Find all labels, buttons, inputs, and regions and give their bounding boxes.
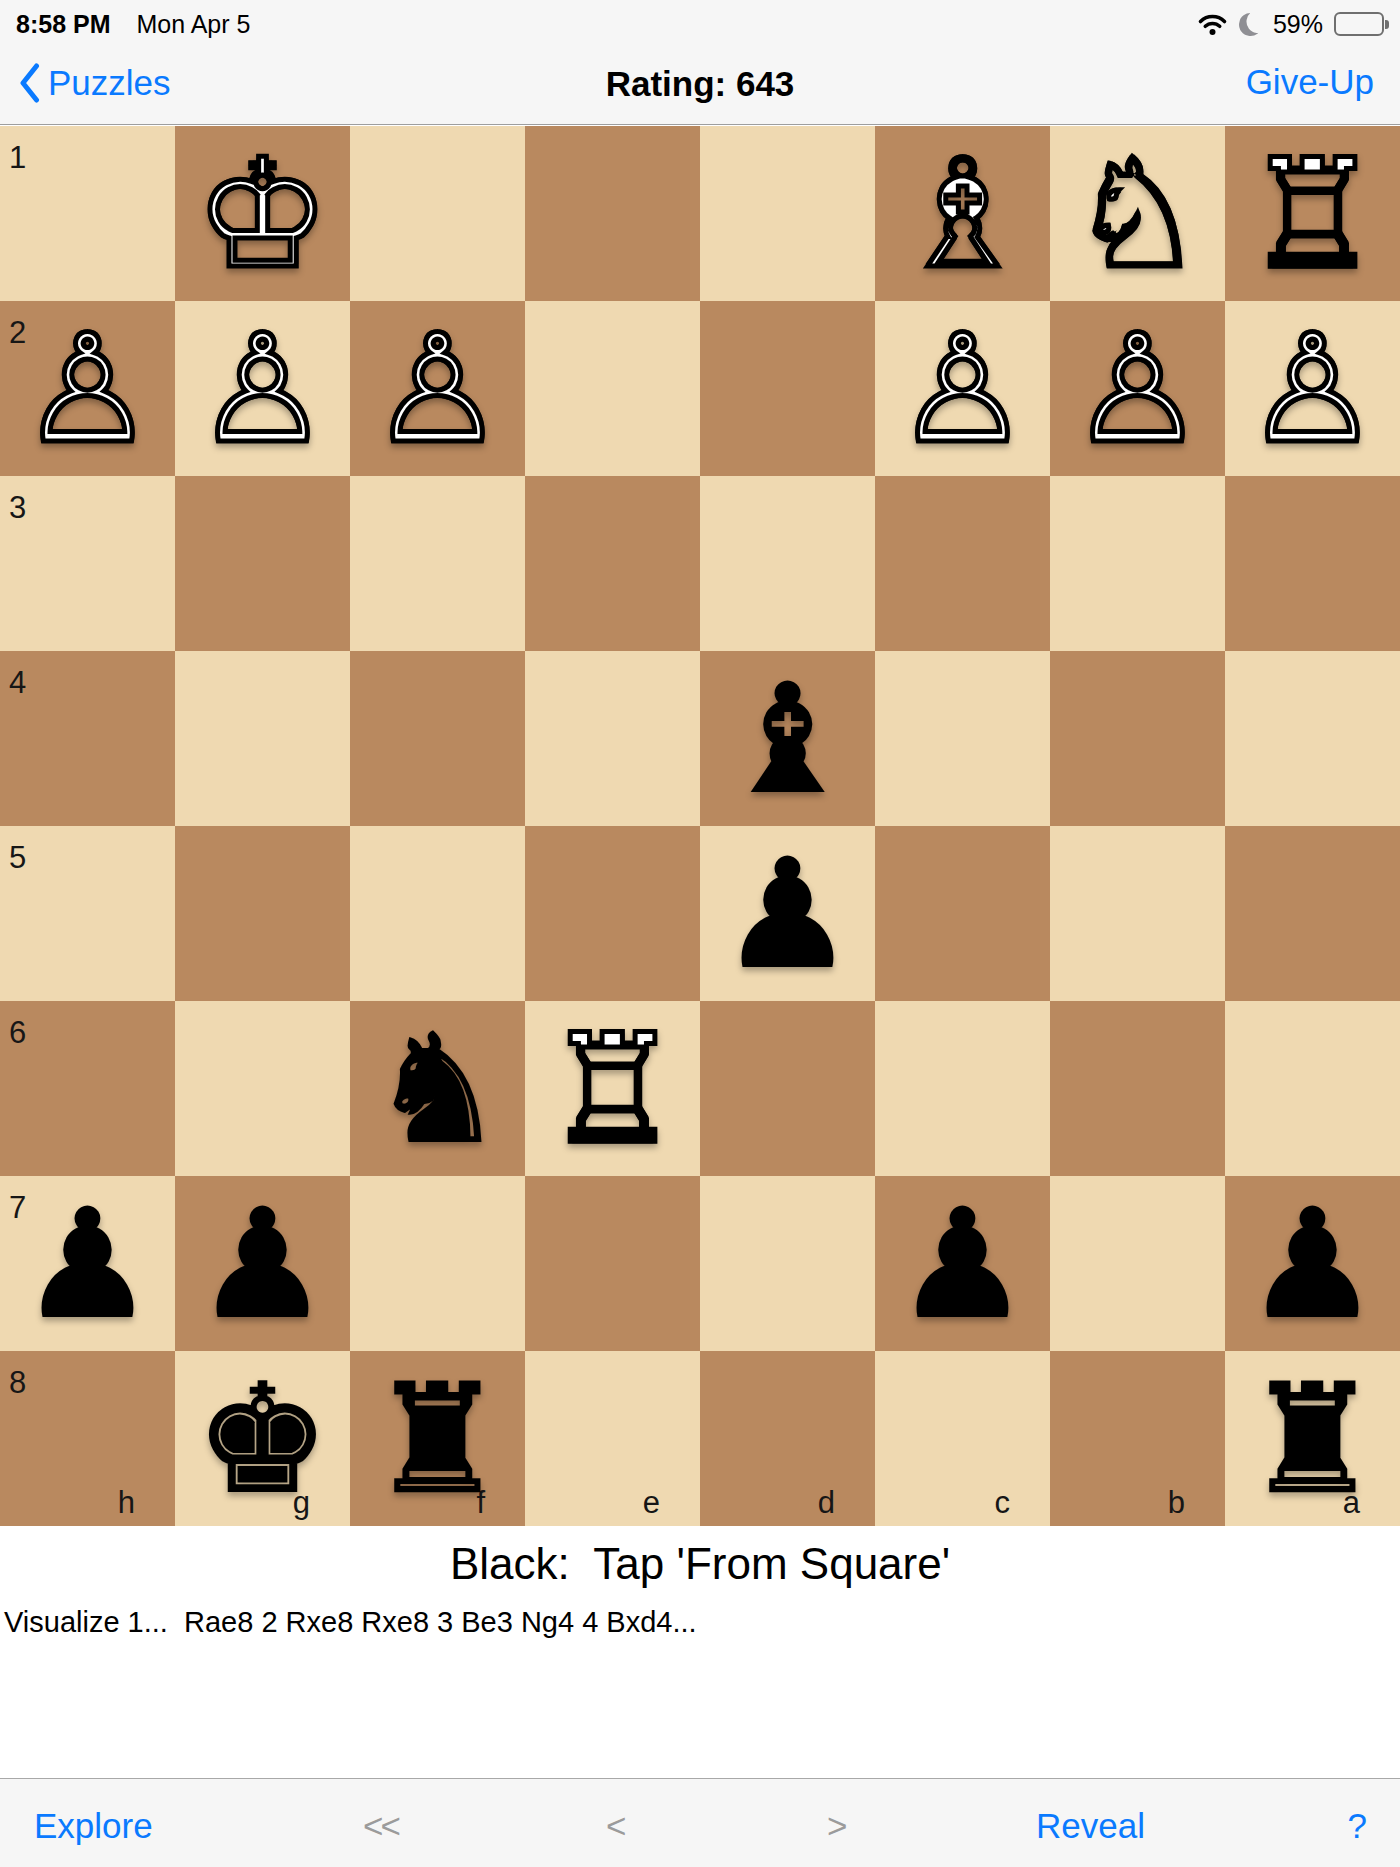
square-f8[interactable]: f♜	[350, 1351, 525, 1526]
square-h5[interactable]: 5	[0, 826, 175, 1001]
square-c5[interactable]	[875, 826, 1050, 1001]
header: 8:58 PM Mon Apr 5 59%	[0, 0, 1400, 125]
rank-label-6: 6	[9, 1017, 26, 1048]
square-a4[interactable]	[1225, 651, 1400, 826]
file-label-e: e	[643, 1487, 660, 1518]
info-area: Black: Tap 'From Square' Visualize 1... …	[0, 1526, 1400, 1778]
piece-wB: ♗	[895, 139, 1029, 289]
square-b7[interactable]	[1050, 1176, 1225, 1351]
square-c6[interactable]	[875, 1001, 1050, 1176]
piece-bP: ♟	[20, 1189, 154, 1339]
piece-wN: ♘	[1070, 139, 1204, 289]
square-d7[interactable]	[700, 1176, 875, 1351]
square-f1[interactable]	[350, 126, 525, 301]
piece-wP: ♙	[195, 314, 329, 464]
square-e2[interactable]	[525, 301, 700, 476]
square-c3[interactable]	[875, 476, 1050, 651]
square-g5[interactable]	[175, 826, 350, 1001]
rank-label-5: 5	[9, 842, 26, 873]
bottom-toolbar: Explore << < > Reveal ?	[0, 1778, 1400, 1867]
status-bar: 8:58 PM Mon Apr 5 59%	[0, 7, 1400, 41]
turn-prompt: Black: Tap 'From Square'	[0, 1539, 1400, 1589]
square-c1[interactable]: ♗	[875, 126, 1050, 301]
step-forward-button[interactable]: >	[827, 1808, 844, 1843]
square-b3[interactable]	[1050, 476, 1225, 651]
square-d6[interactable]	[700, 1001, 875, 1176]
square-e7[interactable]	[525, 1176, 700, 1351]
wifi-icon	[1197, 12, 1228, 36]
square-a7[interactable]: ♟	[1225, 1176, 1400, 1351]
file-label-h: h	[118, 1487, 135, 1518]
piece-bP: ♟	[195, 1189, 329, 1339]
square-b2[interactable]: ♙	[1050, 301, 1225, 476]
square-g7[interactable]: ♟	[175, 1176, 350, 1351]
piece-bP: ♟	[720, 839, 854, 989]
square-h4[interactable]: 4	[0, 651, 175, 826]
square-f2[interactable]: ♙	[350, 301, 525, 476]
nav-bar: Puzzles Rating: 643 Give-Up	[0, 62, 1400, 114]
piece-bR: ♜	[1245, 1364, 1379, 1514]
rank-label-8: 8	[9, 1367, 26, 1398]
square-e4[interactable]	[525, 651, 700, 826]
square-g2[interactable]: ♙	[175, 301, 350, 476]
square-a8[interactable]: a♜	[1225, 1351, 1400, 1526]
rank-label-4: 4	[9, 667, 26, 698]
status-time: 8:58 PM	[16, 10, 110, 39]
moon-icon	[1237, 11, 1263, 37]
square-a3[interactable]	[1225, 476, 1400, 651]
piece-wP: ♙	[1245, 314, 1379, 464]
square-b5[interactable]	[1050, 826, 1225, 1001]
square-a2[interactable]: ♙	[1225, 301, 1400, 476]
file-label-c: c	[995, 1487, 1011, 1518]
square-h3[interactable]: 3	[0, 476, 175, 651]
square-a5[interactable]	[1225, 826, 1400, 1001]
square-f3[interactable]	[350, 476, 525, 651]
square-h1[interactable]: 1	[0, 126, 175, 301]
piece-bB: ♝	[720, 664, 854, 814]
rank-label-1: 1	[9, 142, 26, 173]
explore-button[interactable]: Explore	[34, 1808, 153, 1843]
puzzle-screen: 8:58 PM Mon Apr 5 59%	[0, 0, 1400, 1867]
square-d8[interactable]: d	[700, 1351, 875, 1526]
square-h7[interactable]: 7♟	[0, 1176, 175, 1351]
chess-board: 1♔♗♘♖2♙♙♙♙♙♙34♝5♟6♞♖7♟♟♟♟8hg♚f♜edcba♜	[0, 126, 1400, 1526]
square-c8[interactable]: c	[875, 1351, 1050, 1526]
square-e5[interactable]	[525, 826, 700, 1001]
page-title: Rating: 643	[0, 64, 1400, 104]
square-a1[interactable]: ♖	[1225, 126, 1400, 301]
piece-bN: ♞	[370, 1014, 504, 1164]
square-c2[interactable]: ♙	[875, 301, 1050, 476]
piece-wR: ♖	[1245, 139, 1379, 289]
square-d4[interactable]: ♝	[700, 651, 875, 826]
square-h6[interactable]: 6	[0, 1001, 175, 1176]
rank-label-3: 3	[9, 492, 26, 523]
square-g4[interactable]	[175, 651, 350, 826]
square-d1[interactable]	[700, 126, 875, 301]
piece-wP: ♙	[370, 314, 504, 464]
status-date: Mon Apr 5	[136, 10, 250, 39]
square-d5[interactable]: ♟	[700, 826, 875, 1001]
piece-wP: ♙	[895, 314, 1029, 464]
square-f4[interactable]	[350, 651, 525, 826]
reveal-button[interactable]: Reveal	[1036, 1808, 1145, 1843]
square-b4[interactable]	[1050, 651, 1225, 826]
square-d3[interactable]	[700, 476, 875, 651]
square-f7[interactable]	[350, 1176, 525, 1351]
square-g6[interactable]	[175, 1001, 350, 1176]
square-f5[interactable]	[350, 826, 525, 1001]
square-g1[interactable]: ♔	[175, 126, 350, 301]
visualize-line: Visualize 1... Rae8 2 Rxe8 Rxe8 3 Be3 Ng…	[0, 1606, 1400, 1639]
file-label-d: d	[818, 1487, 835, 1518]
rewind-button[interactable]: <<	[363, 1808, 398, 1843]
square-h8[interactable]: 8h	[0, 1351, 175, 1526]
piece-wP: ♙	[20, 314, 154, 464]
piece-bK: ♚	[195, 1364, 329, 1514]
square-d2[interactable]	[700, 301, 875, 476]
square-e8[interactable]: e	[525, 1351, 700, 1526]
file-label-b: b	[1168, 1487, 1185, 1518]
square-h2[interactable]: 2♙	[0, 301, 175, 476]
square-e3[interactable]	[525, 476, 700, 651]
piece-wP: ♙	[1070, 314, 1204, 464]
square-b1[interactable]: ♘	[1050, 126, 1225, 301]
square-g3[interactable]	[175, 476, 350, 651]
piece-wR: ♖	[545, 1014, 679, 1164]
piece-bR: ♜	[370, 1364, 504, 1514]
battery-icon	[1334, 12, 1384, 36]
square-a6[interactable]	[1225, 1001, 1400, 1176]
square-b6[interactable]	[1050, 1001, 1225, 1176]
piece-bP: ♟	[895, 1189, 1029, 1339]
square-e1[interactable]	[525, 126, 700, 301]
battery-percent: 59%	[1273, 10, 1323, 39]
square-g8[interactable]: g♚	[175, 1351, 350, 1526]
piece-bP: ♟	[1245, 1189, 1379, 1339]
square-b8[interactable]: b	[1050, 1351, 1225, 1526]
give-up-button[interactable]: Give-Up	[1246, 62, 1374, 102]
square-e6[interactable]: ♖	[525, 1001, 700, 1176]
step-back-button[interactable]: <	[606, 1808, 623, 1843]
square-c4[interactable]	[875, 651, 1050, 826]
square-c7[interactable]: ♟	[875, 1176, 1050, 1351]
piece-wK: ♔	[195, 139, 329, 289]
square-f6[interactable]: ♞	[350, 1001, 525, 1176]
help-button[interactable]: ?	[1348, 1808, 1367, 1843]
